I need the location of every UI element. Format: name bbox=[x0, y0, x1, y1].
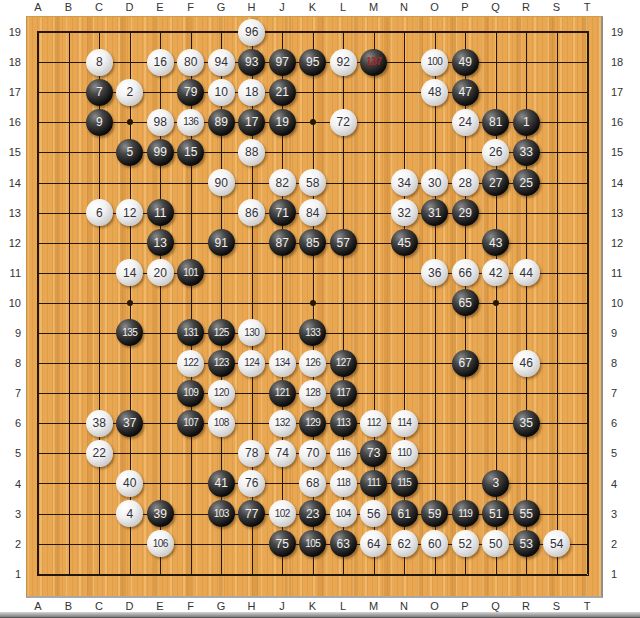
intersection-H18[interactable]: 93 bbox=[237, 47, 268, 77]
intersection-J5[interactable]: 74 bbox=[267, 438, 298, 468]
intersection-N15[interactable] bbox=[389, 137, 420, 167]
white-stone-J6[interactable]: 132 bbox=[269, 410, 296, 437]
intersection-J6[interactable]: 132 bbox=[267, 408, 298, 438]
intersection-H13[interactable]: 86 bbox=[237, 198, 268, 228]
intersection-S6[interactable] bbox=[542, 408, 573, 438]
intersection-N4[interactable]: 115 bbox=[389, 468, 420, 498]
intersection-K4[interactable]: 68 bbox=[298, 468, 329, 498]
white-stone-O17[interactable]: 48 bbox=[421, 79, 448, 106]
black-stone-P13[interactable]: 29 bbox=[452, 199, 479, 226]
intersection-L16[interactable]: 72 bbox=[328, 107, 359, 137]
intersection-F6[interactable]: 107 bbox=[176, 408, 207, 438]
white-stone-H19[interactable]: 96 bbox=[238, 19, 265, 46]
intersection-O17[interactable]: 48 bbox=[420, 77, 451, 107]
white-stone-D3[interactable]: 4 bbox=[116, 500, 143, 527]
intersection-J11[interactable] bbox=[267, 258, 298, 288]
white-stone-N5[interactable]: 110 bbox=[391, 440, 418, 467]
intersection-D9[interactable]: 135 bbox=[115, 318, 146, 348]
intersection-D6[interactable]: 37 bbox=[115, 408, 146, 438]
white-stone-J8[interactable]: 134 bbox=[269, 350, 296, 377]
intersection-C5[interactable]: 22 bbox=[84, 438, 115, 468]
intersection-J2[interactable]: 75 bbox=[267, 529, 298, 559]
intersection-F5[interactable] bbox=[176, 438, 207, 468]
intersection-Q18[interactable] bbox=[481, 47, 512, 77]
white-stone-H4[interactable]: 76 bbox=[238, 470, 265, 497]
intersection-M3[interactable]: 56 bbox=[359, 499, 390, 529]
intersection-H11[interactable] bbox=[237, 258, 268, 288]
black-stone-G9[interactable]: 125 bbox=[208, 319, 235, 346]
intersection-J9[interactable] bbox=[267, 318, 298, 348]
intersection-E10[interactable] bbox=[145, 288, 176, 318]
white-stone-L5[interactable]: 116 bbox=[330, 440, 357, 467]
intersection-C10[interactable] bbox=[84, 288, 115, 318]
intersection-G3[interactable]: 103 bbox=[206, 499, 237, 529]
intersection-G7[interactable]: 120 bbox=[206, 378, 237, 408]
intersection-D1[interactable] bbox=[115, 559, 146, 589]
intersection-T18[interactable] bbox=[572, 47, 603, 77]
intersection-R7[interactable] bbox=[511, 378, 542, 408]
black-stone-L7[interactable]: 117 bbox=[330, 380, 357, 407]
intersection-A9[interactable] bbox=[23, 318, 54, 348]
intersection-L2[interactable]: 63 bbox=[328, 529, 359, 559]
intersection-S14[interactable] bbox=[542, 167, 573, 197]
intersection-Q1[interactable] bbox=[481, 559, 512, 589]
intersection-C18[interactable]: 8 bbox=[84, 47, 115, 77]
white-stone-Q11[interactable]: 42 bbox=[482, 259, 509, 286]
intersection-E5[interactable] bbox=[145, 438, 176, 468]
white-stone-P2[interactable]: 52 bbox=[452, 530, 479, 557]
black-stone-O13[interactable]: 31 bbox=[421, 199, 448, 226]
white-stone-J5[interactable]: 74 bbox=[269, 440, 296, 467]
intersection-H10[interactable] bbox=[237, 288, 268, 318]
intersection-M1[interactable] bbox=[359, 559, 390, 589]
intersection-N13[interactable]: 32 bbox=[389, 198, 420, 228]
intersection-H16[interactable]: 17 bbox=[237, 107, 268, 137]
intersection-R8[interactable]: 46 bbox=[511, 348, 542, 378]
black-stone-J7[interactable]: 121 bbox=[269, 380, 296, 407]
intersection-R14[interactable]: 25 bbox=[511, 167, 542, 197]
intersection-P5[interactable] bbox=[450, 438, 481, 468]
intersection-L13[interactable] bbox=[328, 198, 359, 228]
intersection-S19[interactable] bbox=[542, 17, 573, 47]
white-stone-K14[interactable]: 58 bbox=[299, 169, 326, 196]
white-stone-O2[interactable]: 60 bbox=[421, 530, 448, 557]
intersection-S4[interactable] bbox=[542, 468, 573, 498]
intersection-C4[interactable] bbox=[84, 468, 115, 498]
white-stone-H17[interactable]: 18 bbox=[238, 79, 265, 106]
intersection-K8[interactable]: 126 bbox=[298, 348, 329, 378]
black-stone-D9[interactable]: 135 bbox=[116, 319, 143, 346]
intersection-R2[interactable]: 53 bbox=[511, 529, 542, 559]
black-stone-C16[interactable]: 9 bbox=[86, 109, 113, 136]
intersection-P9[interactable] bbox=[450, 318, 481, 348]
intersection-M13[interactable] bbox=[359, 198, 390, 228]
intersection-L19[interactable] bbox=[328, 17, 359, 47]
intersection-N18[interactable] bbox=[389, 47, 420, 77]
intersection-D3[interactable]: 4 bbox=[115, 499, 146, 529]
intersection-Q12[interactable]: 43 bbox=[481, 228, 512, 258]
intersection-C13[interactable]: 6 bbox=[84, 198, 115, 228]
intersection-B4[interactable] bbox=[54, 468, 85, 498]
intersection-A7[interactable] bbox=[23, 378, 54, 408]
black-stone-P10[interactable]: 65 bbox=[452, 289, 479, 316]
black-stone-K12[interactable]: 85 bbox=[299, 229, 326, 256]
intersection-O2[interactable]: 60 bbox=[420, 529, 451, 559]
intersection-C12[interactable] bbox=[84, 228, 115, 258]
black-stone-P3[interactable]: 119 bbox=[452, 500, 479, 527]
white-stone-H5[interactable]: 78 bbox=[238, 440, 265, 467]
intersection-K18[interactable]: 95 bbox=[298, 47, 329, 77]
white-stone-K4[interactable]: 68 bbox=[299, 470, 326, 497]
intersection-L14[interactable] bbox=[328, 167, 359, 197]
intersection-Q9[interactable] bbox=[481, 318, 512, 348]
intersection-E7[interactable] bbox=[145, 378, 176, 408]
intersection-D14[interactable] bbox=[115, 167, 146, 197]
white-stone-K13[interactable]: 84 bbox=[299, 199, 326, 226]
black-stone-Q16[interactable]: 81 bbox=[482, 109, 509, 136]
intersection-K6[interactable]: 129 bbox=[298, 408, 329, 438]
intersection-M17[interactable] bbox=[359, 77, 390, 107]
intersection-C9[interactable] bbox=[84, 318, 115, 348]
intersection-P17[interactable]: 47 bbox=[450, 77, 481, 107]
black-stone-M18[interactable]: 137 bbox=[360, 49, 387, 76]
white-stone-G18[interactable]: 94 bbox=[208, 49, 235, 76]
intersection-E12[interactable]: 13 bbox=[145, 228, 176, 258]
white-stone-N14[interactable]: 34 bbox=[391, 169, 418, 196]
intersection-Q5[interactable] bbox=[481, 438, 512, 468]
white-stone-J3[interactable]: 102 bbox=[269, 500, 296, 527]
intersection-B18[interactable] bbox=[54, 47, 85, 77]
black-stone-E15[interactable]: 99 bbox=[147, 139, 174, 166]
intersection-N14[interactable]: 34 bbox=[389, 167, 420, 197]
intersection-L3[interactable]: 104 bbox=[328, 499, 359, 529]
intersection-J12[interactable]: 87 bbox=[267, 228, 298, 258]
intersection-F9[interactable]: 131 bbox=[176, 318, 207, 348]
intersection-H1[interactable] bbox=[237, 559, 268, 589]
intersection-M4[interactable]: 111 bbox=[359, 468, 390, 498]
intersection-T1[interactable] bbox=[572, 559, 603, 589]
intersection-F10[interactable] bbox=[176, 288, 207, 318]
black-stone-G16[interactable]: 89 bbox=[208, 109, 235, 136]
intersection-Q8[interactable] bbox=[481, 348, 512, 378]
intersection-C8[interactable] bbox=[84, 348, 115, 378]
intersection-R19[interactable] bbox=[511, 17, 542, 47]
intersection-D10[interactable] bbox=[115, 288, 146, 318]
intersection-R3[interactable]: 55 bbox=[511, 499, 542, 529]
black-stone-Q4[interactable]: 3 bbox=[482, 470, 509, 497]
intersection-E15[interactable]: 99 bbox=[145, 137, 176, 167]
intersection-L1[interactable] bbox=[328, 559, 359, 589]
black-stone-N4[interactable]: 115 bbox=[391, 470, 418, 497]
black-stone-P8[interactable]: 67 bbox=[452, 350, 479, 377]
white-stone-Q15[interactable]: 26 bbox=[482, 139, 509, 166]
intersection-T13[interactable] bbox=[572, 198, 603, 228]
black-stone-G8[interactable]: 123 bbox=[208, 350, 235, 377]
intersection-H7[interactable] bbox=[237, 378, 268, 408]
intersection-A1[interactable] bbox=[23, 559, 54, 589]
intersection-E2[interactable]: 106 bbox=[145, 529, 176, 559]
intersection-K14[interactable]: 58 bbox=[298, 167, 329, 197]
intersection-F7[interactable]: 109 bbox=[176, 378, 207, 408]
intersection-K19[interactable] bbox=[298, 17, 329, 47]
intersection-G10[interactable] bbox=[206, 288, 237, 318]
black-stone-K3[interactable]: 23 bbox=[299, 500, 326, 527]
intersection-J13[interactable]: 71 bbox=[267, 198, 298, 228]
intersection-O14[interactable]: 30 bbox=[420, 167, 451, 197]
intersection-H6[interactable] bbox=[237, 408, 268, 438]
intersection-S18[interactable] bbox=[542, 47, 573, 77]
intersection-M18[interactable]: 137 bbox=[359, 47, 390, 77]
intersection-P15[interactable] bbox=[450, 137, 481, 167]
intersection-Q14[interactable]: 27 bbox=[481, 167, 512, 197]
intersection-B12[interactable] bbox=[54, 228, 85, 258]
black-stone-J13[interactable]: 71 bbox=[269, 199, 296, 226]
black-stone-J12[interactable]: 87 bbox=[269, 229, 296, 256]
intersection-L5[interactable]: 116 bbox=[328, 438, 359, 468]
intersection-Q17[interactable] bbox=[481, 77, 512, 107]
intersection-A5[interactable] bbox=[23, 438, 54, 468]
black-stone-R2[interactable]: 53 bbox=[513, 530, 540, 557]
go-board[interactable]: 9681680949397959213710049727910182148479… bbox=[26, 16, 603, 598]
intersection-O19[interactable] bbox=[420, 17, 451, 47]
intersection-G2[interactable] bbox=[206, 529, 237, 559]
intersection-F19[interactable] bbox=[176, 17, 207, 47]
black-stone-E13[interactable]: 11 bbox=[147, 199, 174, 226]
intersection-G18[interactable]: 94 bbox=[206, 47, 237, 77]
intersection-A18[interactable] bbox=[23, 47, 54, 77]
intersection-G19[interactable] bbox=[206, 17, 237, 47]
intersection-G11[interactable] bbox=[206, 258, 237, 288]
white-stone-N2[interactable]: 62 bbox=[391, 530, 418, 557]
intersection-P2[interactable]: 52 bbox=[450, 529, 481, 559]
intersection-T10[interactable] bbox=[572, 288, 603, 318]
intersection-E4[interactable] bbox=[145, 468, 176, 498]
intersection-E3[interactable]: 39 bbox=[145, 499, 176, 529]
intersection-J1[interactable] bbox=[267, 559, 298, 589]
intersection-C16[interactable]: 9 bbox=[84, 107, 115, 137]
intersection-R16[interactable]: 1 bbox=[511, 107, 542, 137]
intersection-F17[interactable]: 79 bbox=[176, 77, 207, 107]
intersection-T15[interactable] bbox=[572, 137, 603, 167]
intersection-G5[interactable] bbox=[206, 438, 237, 468]
intersection-H4[interactable]: 76 bbox=[237, 468, 268, 498]
intersection-T5[interactable] bbox=[572, 438, 603, 468]
white-stone-L3[interactable]: 104 bbox=[330, 500, 357, 527]
intersection-P8[interactable]: 67 bbox=[450, 348, 481, 378]
intersection-N19[interactable] bbox=[389, 17, 420, 47]
black-stone-K6[interactable]: 129 bbox=[299, 410, 326, 437]
intersection-P6[interactable] bbox=[450, 408, 481, 438]
intersection-P19[interactable] bbox=[450, 17, 481, 47]
white-stone-L4[interactable]: 118 bbox=[330, 470, 357, 497]
intersection-H9[interactable]: 130 bbox=[237, 318, 268, 348]
intersection-N7[interactable] bbox=[389, 378, 420, 408]
intersection-T19[interactable] bbox=[572, 17, 603, 47]
intersection-A6[interactable] bbox=[23, 408, 54, 438]
black-stone-N12[interactable]: 45 bbox=[391, 229, 418, 256]
intersection-F15[interactable]: 15 bbox=[176, 137, 207, 167]
intersection-C15[interactable] bbox=[84, 137, 115, 167]
white-stone-N13[interactable]: 32 bbox=[391, 199, 418, 226]
intersection-B13[interactable] bbox=[54, 198, 85, 228]
black-stone-J17[interactable]: 21 bbox=[269, 79, 296, 106]
intersection-K5[interactable]: 70 bbox=[298, 438, 329, 468]
black-stone-K18[interactable]: 95 bbox=[299, 49, 326, 76]
intersection-M2[interactable]: 64 bbox=[359, 529, 390, 559]
intersection-B19[interactable] bbox=[54, 17, 85, 47]
intersection-B7[interactable] bbox=[54, 378, 85, 408]
intersection-C6[interactable]: 38 bbox=[84, 408, 115, 438]
intersection-R18[interactable] bbox=[511, 47, 542, 77]
intersection-G16[interactable]: 89 bbox=[206, 107, 237, 137]
intersection-J7[interactable]: 121 bbox=[267, 378, 298, 408]
white-stone-F8[interactable]: 122 bbox=[177, 350, 204, 377]
intersection-B14[interactable] bbox=[54, 167, 85, 197]
intersection-B6[interactable] bbox=[54, 408, 85, 438]
intersection-H12[interactable] bbox=[237, 228, 268, 258]
intersection-K3[interactable]: 23 bbox=[298, 499, 329, 529]
intersection-M7[interactable] bbox=[359, 378, 390, 408]
intersection-D15[interactable]: 5 bbox=[115, 137, 146, 167]
intersection-B11[interactable] bbox=[54, 258, 85, 288]
intersection-C11[interactable] bbox=[84, 258, 115, 288]
intersection-C7[interactable] bbox=[84, 378, 115, 408]
intersection-J16[interactable]: 19 bbox=[267, 107, 298, 137]
intersection-E1[interactable] bbox=[145, 559, 176, 589]
intersection-E14[interactable] bbox=[145, 167, 176, 197]
white-stone-H15[interactable]: 88 bbox=[238, 139, 265, 166]
intersection-D8[interactable] bbox=[115, 348, 146, 378]
intersection-K16[interactable] bbox=[298, 107, 329, 137]
white-stone-O14[interactable]: 30 bbox=[421, 169, 448, 196]
black-stone-P18[interactable]: 49 bbox=[452, 49, 479, 76]
white-stone-G14[interactable]: 90 bbox=[208, 169, 235, 196]
white-stone-K8[interactable]: 126 bbox=[299, 350, 326, 377]
intersection-A3[interactable] bbox=[23, 499, 54, 529]
intersection-P1[interactable] bbox=[450, 559, 481, 589]
intersection-H2[interactable] bbox=[237, 529, 268, 559]
intersection-T11[interactable] bbox=[572, 258, 603, 288]
black-stone-Q14[interactable]: 27 bbox=[482, 169, 509, 196]
white-stone-S2[interactable]: 54 bbox=[543, 530, 570, 557]
intersection-H19[interactable]: 96 bbox=[237, 17, 268, 47]
black-stone-R6[interactable]: 35 bbox=[513, 410, 540, 437]
white-stone-J14[interactable]: 82 bbox=[269, 169, 296, 196]
intersection-M10[interactable] bbox=[359, 288, 390, 318]
intersection-M6[interactable]: 112 bbox=[359, 408, 390, 438]
intersection-R6[interactable]: 35 bbox=[511, 408, 542, 438]
intersection-L12[interactable]: 57 bbox=[328, 228, 359, 258]
intersection-M5[interactable]: 73 bbox=[359, 438, 390, 468]
intersection-D19[interactable] bbox=[115, 17, 146, 47]
intersection-O5[interactable] bbox=[420, 438, 451, 468]
intersection-R5[interactable] bbox=[511, 438, 542, 468]
intersection-N10[interactable] bbox=[389, 288, 420, 318]
intersection-G6[interactable]: 108 bbox=[206, 408, 237, 438]
intersection-S16[interactable] bbox=[542, 107, 573, 137]
intersection-C2[interactable] bbox=[84, 529, 115, 559]
intersection-S10[interactable] bbox=[542, 288, 573, 318]
black-stone-R3[interactable]: 55 bbox=[513, 500, 540, 527]
intersection-E8[interactable] bbox=[145, 348, 176, 378]
intersection-F2[interactable] bbox=[176, 529, 207, 559]
white-stone-D11[interactable]: 14 bbox=[116, 259, 143, 286]
intersection-E6[interactable] bbox=[145, 408, 176, 438]
intersection-J18[interactable]: 97 bbox=[267, 47, 298, 77]
intersection-D17[interactable]: 2 bbox=[115, 77, 146, 107]
intersection-K9[interactable]: 133 bbox=[298, 318, 329, 348]
intersection-G17[interactable]: 10 bbox=[206, 77, 237, 107]
intersection-F14[interactable] bbox=[176, 167, 207, 197]
intersection-O4[interactable] bbox=[420, 468, 451, 498]
intersection-P14[interactable]: 28 bbox=[450, 167, 481, 197]
intersection-P16[interactable]: 24 bbox=[450, 107, 481, 137]
intersection-N8[interactable] bbox=[389, 348, 420, 378]
black-stone-D15[interactable]: 5 bbox=[116, 139, 143, 166]
intersection-O18[interactable]: 100 bbox=[420, 47, 451, 77]
intersection-O13[interactable]: 31 bbox=[420, 198, 451, 228]
intersection-T2[interactable] bbox=[572, 529, 603, 559]
intersection-E9[interactable] bbox=[145, 318, 176, 348]
intersection-L6[interactable]: 113 bbox=[328, 408, 359, 438]
intersection-S12[interactable] bbox=[542, 228, 573, 258]
white-stone-O18[interactable]: 100 bbox=[421, 49, 448, 76]
intersection-K10[interactable] bbox=[298, 288, 329, 318]
intersection-E18[interactable]: 16 bbox=[145, 47, 176, 77]
black-stone-F7[interactable]: 109 bbox=[177, 380, 204, 407]
intersection-B10[interactable] bbox=[54, 288, 85, 318]
intersection-P3[interactable]: 119 bbox=[450, 499, 481, 529]
intersection-D18[interactable] bbox=[115, 47, 146, 77]
intersection-E17[interactable] bbox=[145, 77, 176, 107]
intersection-M16[interactable] bbox=[359, 107, 390, 137]
intersection-E16[interactable]: 98 bbox=[145, 107, 176, 137]
intersection-B2[interactable] bbox=[54, 529, 85, 559]
intersection-P13[interactable]: 29 bbox=[450, 198, 481, 228]
intersection-R15[interactable]: 33 bbox=[511, 137, 542, 167]
intersection-O11[interactable]: 36 bbox=[420, 258, 451, 288]
intersection-M19[interactable] bbox=[359, 17, 390, 47]
intersection-M8[interactable] bbox=[359, 348, 390, 378]
white-stone-G7[interactable]: 120 bbox=[208, 380, 235, 407]
intersection-F4[interactable] bbox=[176, 468, 207, 498]
white-stone-H8[interactable]: 124 bbox=[238, 350, 265, 377]
intersection-O16[interactable] bbox=[420, 107, 451, 137]
intersection-D13[interactable]: 12 bbox=[115, 198, 146, 228]
intersection-O8[interactable] bbox=[420, 348, 451, 378]
intersection-M9[interactable] bbox=[359, 318, 390, 348]
black-stone-Q12[interactable]: 43 bbox=[482, 229, 509, 256]
intersection-N9[interactable] bbox=[389, 318, 420, 348]
intersection-B5[interactable] bbox=[54, 438, 85, 468]
intersection-S1[interactable] bbox=[542, 559, 573, 589]
intersection-R12[interactable] bbox=[511, 228, 542, 258]
intersection-Q2[interactable]: 50 bbox=[481, 529, 512, 559]
intersection-D7[interactable] bbox=[115, 378, 146, 408]
black-stone-J2[interactable]: 75 bbox=[269, 530, 296, 557]
intersection-J15[interactable] bbox=[267, 137, 298, 167]
intersection-A2[interactable] bbox=[23, 529, 54, 559]
intersection-T16[interactable] bbox=[572, 107, 603, 137]
intersection-H5[interactable]: 78 bbox=[237, 438, 268, 468]
black-stone-M4[interactable]: 111 bbox=[360, 470, 387, 497]
intersection-Q6[interactable] bbox=[481, 408, 512, 438]
black-stone-R15[interactable]: 33 bbox=[513, 139, 540, 166]
intersection-K12[interactable]: 85 bbox=[298, 228, 329, 258]
intersection-G15[interactable] bbox=[206, 137, 237, 167]
intersection-O9[interactable] bbox=[420, 318, 451, 348]
intersection-N17[interactable] bbox=[389, 77, 420, 107]
